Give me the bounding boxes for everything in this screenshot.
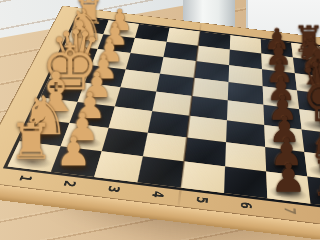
rank-label-6: 6 (237, 198, 254, 213)
square-h5[interactable] (181, 161, 225, 193)
square-f6[interactable] (226, 120, 265, 147)
square-d3[interactable] (121, 69, 160, 91)
piece-white-rook[interactable]: ♜ (9, 120, 52, 165)
square-c3[interactable] (126, 53, 164, 74)
chess-board: ♜♟♟♜♞♟♟♞♝♟♟♝♛♟♟♛♚♟♟♚♝♟♟♝♞♟♟♞♜♟♟♜ 1234567… (0, 6, 320, 233)
piece-white-pawn[interactable]: ♟ (52, 134, 95, 171)
rank-label-4: 4 (148, 187, 167, 202)
square-c5[interactable] (194, 61, 229, 82)
rank-label-5: 5 (192, 192, 210, 207)
piece-black-pawn[interactable]: ♟ (267, 161, 310, 198)
rank-label-7: 7 (281, 203, 299, 218)
piece-black-rook[interactable]: ♜ (310, 157, 320, 202)
square-c4[interactable] (160, 57, 196, 78)
rank-label-1: 1 (14, 171, 36, 185)
square-f5[interactable] (187, 116, 227, 142)
square-h6[interactable] (224, 166, 267, 198)
square-c6[interactable] (228, 65, 262, 86)
rank-label-3: 3 (103, 182, 123, 197)
square-h3[interactable] (94, 151, 143, 182)
photo-scene: ♜♟♟♜♞♟♟♞♝♟♟♝♛♟♟♛♚♟♟♚♝♟♟♝♞♟♟♞♜♟♟♜ 1234567… (0, 0, 320, 240)
chess-board-squares: ♜♟♟♜♞♟♟♞♝♟♟♝♛♟♟♛♚♟♟♚♝♟♟♝♞♟♟♞♜♟♟♜ (3, 15, 320, 212)
square-h4[interactable] (137, 156, 184, 187)
square-h2[interactable]: ♟ (51, 146, 102, 177)
square-h7[interactable]: ♟ (266, 171, 310, 203)
rank-label-2: 2 (59, 176, 80, 191)
